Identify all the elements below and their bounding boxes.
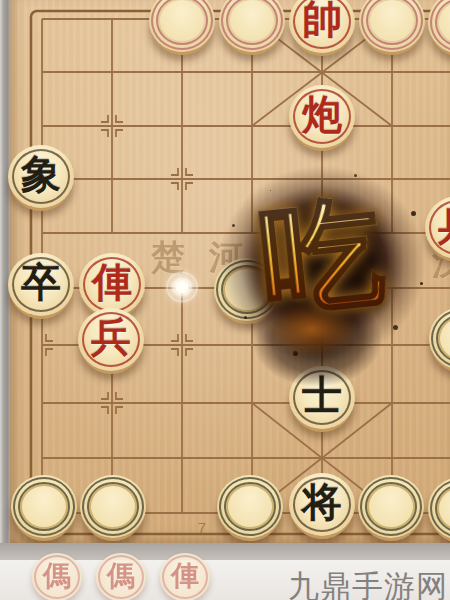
piece-hidden-facedown[interactable] bbox=[80, 475, 146, 538]
piece-hidden-facedown[interactable] bbox=[11, 475, 77, 538]
file-number-label: 7 bbox=[198, 519, 206, 536]
piece-character: 炮 bbox=[302, 95, 342, 135]
piece-soldier-black[interactable]: 卒 bbox=[8, 253, 74, 316]
piece-hidden-facedown[interactable] bbox=[358, 475, 424, 538]
piece-elephant-black[interactable]: 象 bbox=[8, 145, 74, 208]
captured-piece: 俥 bbox=[160, 553, 210, 600]
piece-character: 象 bbox=[21, 155, 61, 195]
piece-character: 兵 bbox=[91, 318, 131, 358]
captured-piece: 傌 bbox=[96, 553, 146, 600]
piece-chariot-red[interactable]: 俥 bbox=[79, 253, 145, 316]
captured-piece-character: 傌 bbox=[107, 557, 135, 595]
captured-piece: 傌 bbox=[32, 553, 82, 600]
piece-character: 俥 bbox=[92, 263, 132, 303]
capture-text-chi: 吃 bbox=[255, 190, 389, 324]
game-screenshot: 楚 河 汉 7 帥炮象兵卒俥兵士将 吃 傌傌俥 九鼎手游网 bbox=[0, 0, 450, 600]
watermark-text: 九鼎手游网 bbox=[288, 566, 448, 600]
piece-character: 兵 bbox=[438, 206, 450, 246]
captured-piece-character: 俥 bbox=[171, 557, 199, 595]
captured-piece-character: 傌 bbox=[43, 557, 71, 595]
move-indicator-dot[interactable] bbox=[174, 280, 190, 295]
piece-character: 将 bbox=[302, 483, 342, 523]
piece-hidden-facedown[interactable] bbox=[217, 475, 283, 538]
piece-character: 帥 bbox=[302, 0, 342, 40]
piece-character: 卒 bbox=[21, 263, 61, 303]
piece-general-black[interactable]: 将 bbox=[289, 473, 355, 536]
piece-cannon-red[interactable]: 炮 bbox=[289, 85, 355, 148]
piece-soldier-red[interactable]: 兵 bbox=[78, 308, 144, 371]
